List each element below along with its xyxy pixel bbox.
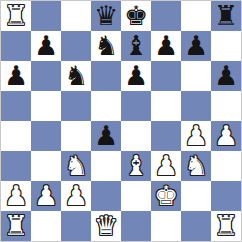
square-c5[interactable] <box>61 91 91 121</box>
square-c4[interactable] <box>61 121 91 151</box>
square-g1[interactable] <box>181 211 211 241</box>
piece-black-rook: ♜ <box>214 1 238 31</box>
square-h7[interactable] <box>211 31 241 61</box>
square-d2[interactable] <box>91 181 121 211</box>
square-b8[interactable] <box>31 1 61 31</box>
square-h3[interactable] <box>211 151 241 181</box>
square-f6[interactable] <box>151 61 181 91</box>
piece-white-knight: ♞ <box>64 151 88 181</box>
square-e4[interactable] <box>121 121 151 151</box>
square-a6[interactable]: ♟ <box>1 61 31 91</box>
square-d5[interactable] <box>91 91 121 121</box>
piece-black-pawn: ♟ <box>4 61 28 91</box>
piece-black-king: ♚ <box>124 1 148 31</box>
square-c6[interactable]: ♞ <box>61 61 91 91</box>
square-g2[interactable] <box>181 181 211 211</box>
square-f5[interactable] <box>151 91 181 121</box>
square-f7[interactable]: ♟ <box>151 31 181 61</box>
square-g4[interactable]: ♟ <box>181 121 211 151</box>
piece-black-bishop: ♝ <box>124 31 148 61</box>
square-f4[interactable] <box>151 121 181 151</box>
piece-white-queen: ♛ <box>94 211 118 241</box>
piece-white-bishop: ♝ <box>124 151 148 181</box>
piece-white-pawn: ♟ <box>34 181 58 211</box>
square-a8[interactable]: ♜ <box>1 1 31 31</box>
square-b1[interactable] <box>31 211 61 241</box>
piece-black-queen: ♛ <box>94 1 118 31</box>
square-d6[interactable] <box>91 61 121 91</box>
square-f8[interactable] <box>151 1 181 31</box>
piece-white-king: ♚ <box>154 181 178 211</box>
square-e5[interactable] <box>121 91 151 121</box>
square-b2[interactable]: ♟ <box>31 181 61 211</box>
square-e3[interactable]: ♝ <box>121 151 151 181</box>
square-d7[interactable]: ♞ <box>91 31 121 61</box>
square-g6[interactable] <box>181 61 211 91</box>
piece-black-knight: ♞ <box>94 31 118 61</box>
piece-white-pawn: ♟ <box>184 121 208 151</box>
square-g7[interactable]: ♟ <box>181 31 211 61</box>
piece-black-pawn: ♟ <box>154 31 178 61</box>
square-c1[interactable] <box>61 211 91 241</box>
square-c8[interactable] <box>61 1 91 31</box>
chess-board: ♜♛♚♜♟♞♝♟♟♟♞♟♟♟♟♟♞♝♟♞♟♟♟♚♜♛♜ <box>0 0 242 242</box>
piece-black-pawn: ♟ <box>214 61 238 91</box>
square-c3[interactable]: ♞ <box>61 151 91 181</box>
square-e2[interactable] <box>121 181 151 211</box>
piece-white-pawn: ♟ <box>4 181 28 211</box>
square-f2[interactable]: ♚ <box>151 181 181 211</box>
piece-white-pawn: ♟ <box>64 181 88 211</box>
piece-black-pawn: ♟ <box>124 61 148 91</box>
square-b7[interactable]: ♟ <box>31 31 61 61</box>
square-g8[interactable] <box>181 1 211 31</box>
square-b6[interactable] <box>31 61 61 91</box>
piece-white-pawn: ♟ <box>214 121 238 151</box>
square-h4[interactable]: ♟ <box>211 121 241 151</box>
square-a4[interactable] <box>1 121 31 151</box>
piece-black-pawn: ♟ <box>184 31 208 61</box>
piece-white-pawn: ♟ <box>154 151 178 181</box>
square-e1[interactable] <box>121 211 151 241</box>
square-g3[interactable]: ♞ <box>181 151 211 181</box>
square-c2[interactable]: ♟ <box>61 181 91 211</box>
piece-white-rook: ♜ <box>4 211 28 241</box>
piece-black-pawn: ♟ <box>94 121 118 151</box>
square-h8[interactable]: ♜ <box>211 1 241 31</box>
piece-black-pawn: ♟ <box>34 31 58 61</box>
square-c7[interactable] <box>61 31 91 61</box>
square-h1[interactable]: ♜ <box>211 211 241 241</box>
square-a1[interactable]: ♜ <box>1 211 31 241</box>
square-a2[interactable]: ♟ <box>1 181 31 211</box>
square-d8[interactable]: ♛ <box>91 1 121 31</box>
square-d1[interactable]: ♛ <box>91 211 121 241</box>
square-f3[interactable]: ♟ <box>151 151 181 181</box>
square-a7[interactable] <box>1 31 31 61</box>
square-d4[interactable]: ♟ <box>91 121 121 151</box>
square-e8[interactable]: ♚ <box>121 1 151 31</box>
square-e7[interactable]: ♝ <box>121 31 151 61</box>
square-d3[interactable] <box>91 151 121 181</box>
piece-white-knight: ♞ <box>184 151 208 181</box>
piece-white-rook: ♜ <box>214 211 238 241</box>
piece-black-knight: ♞ <box>64 61 88 91</box>
square-f1[interactable] <box>151 211 181 241</box>
square-a3[interactable] <box>1 151 31 181</box>
square-b5[interactable] <box>31 91 61 121</box>
piece-white-rook: ♜ <box>4 1 28 31</box>
square-g5[interactable] <box>181 91 211 121</box>
square-h6[interactable]: ♟ <box>211 61 241 91</box>
square-h2[interactable] <box>211 181 241 211</box>
square-a5[interactable] <box>1 91 31 121</box>
square-e6[interactable]: ♟ <box>121 61 151 91</box>
square-b3[interactable] <box>31 151 61 181</box>
square-h5[interactable] <box>211 91 241 121</box>
square-b4[interactable] <box>31 121 61 151</box>
